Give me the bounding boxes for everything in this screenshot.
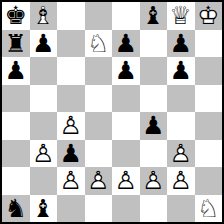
square-c3[interactable]: ♟ bbox=[57, 140, 85, 168]
square-a8[interactable]: ♚ bbox=[2, 2, 30, 30]
piece-outline-layer: ♗ bbox=[32, 2, 54, 30]
piece-black-pawn: ♟ bbox=[142, 113, 164, 138]
square-e2[interactable]: ♟♙ bbox=[112, 167, 140, 195]
square-b5[interactable] bbox=[30, 85, 58, 113]
square-g6[interactable]: ♟ bbox=[167, 57, 195, 85]
piece-black-pawn: ♟ bbox=[115, 31, 137, 56]
square-f1[interactable] bbox=[140, 195, 168, 223]
square-a6[interactable]: ♟ bbox=[2, 57, 30, 85]
piece-black-rook: ♜ bbox=[5, 31, 27, 56]
piece-white-king: ♚♔ bbox=[197, 3, 219, 28]
square-c6[interactable] bbox=[57, 57, 85, 85]
square-g4[interactable] bbox=[167, 112, 195, 140]
square-d4[interactable] bbox=[85, 112, 113, 140]
piece-outline-layer: ♔ bbox=[197, 2, 219, 30]
square-f3[interactable] bbox=[140, 140, 168, 168]
piece-outline-layer: ♙ bbox=[60, 167, 82, 195]
piece-white-knight: ♞♘ bbox=[87, 31, 109, 56]
square-d2[interactable]: ♟♙ bbox=[85, 167, 113, 195]
piece-white-pawn: ♟♙ bbox=[60, 168, 82, 193]
square-g5[interactable] bbox=[167, 85, 195, 113]
square-f4[interactable]: ♟ bbox=[140, 112, 168, 140]
square-a4[interactable] bbox=[2, 112, 30, 140]
square-e7[interactable]: ♟ bbox=[112, 30, 140, 58]
square-h3[interactable] bbox=[195, 140, 223, 168]
square-c5[interactable] bbox=[57, 85, 85, 113]
square-e1[interactable] bbox=[112, 195, 140, 223]
square-g8[interactable]: ♛♕ bbox=[167, 2, 195, 30]
square-h8[interactable]: ♚♔ bbox=[195, 2, 223, 30]
piece-white-pawn: ♟♙ bbox=[170, 141, 192, 166]
piece-outline-layer: ♙ bbox=[170, 140, 192, 168]
piece-white-queen: ♛♕ bbox=[170, 3, 192, 28]
square-f5[interactable] bbox=[140, 85, 168, 113]
square-b3[interactable]: ♟♙ bbox=[30, 140, 58, 168]
piece-outline-layer: ♙ bbox=[32, 140, 54, 168]
piece-black-pawn: ♟ bbox=[5, 58, 27, 83]
chess-board: ♚♝♗♝♛♕♚♔♜♟♞♘♟♟♟♟♟♟♙♟♟♙♟♟♙♟♙♟♙♟♙♟♙♟♙♞♝♞♘ bbox=[2, 2, 222, 222]
square-a7[interactable]: ♜ bbox=[2, 30, 30, 58]
piece-outline-layer: ♘ bbox=[87, 30, 109, 58]
square-c2[interactable]: ♟♙ bbox=[57, 167, 85, 195]
square-f2[interactable]: ♟♙ bbox=[140, 167, 168, 195]
square-h1[interactable]: ♞♘ bbox=[195, 195, 223, 223]
square-h6[interactable] bbox=[195, 57, 223, 85]
piece-white-pawn: ♟♙ bbox=[32, 141, 54, 166]
square-g3[interactable]: ♟♙ bbox=[167, 140, 195, 168]
chess-board-frame: ♚♝♗♝♛♕♚♔♜♟♞♘♟♟♟♟♟♟♙♟♟♙♟♟♙♟♙♟♙♟♙♟♙♟♙♞♝♞♘ bbox=[0, 0, 224, 224]
piece-white-pawn: ♟♙ bbox=[170, 168, 192, 193]
square-c1[interactable] bbox=[57, 195, 85, 223]
square-b8[interactable]: ♝♗ bbox=[30, 2, 58, 30]
square-b7[interactable]: ♟ bbox=[30, 30, 58, 58]
piece-outline-layer: ♙ bbox=[142, 167, 164, 195]
square-e8[interactable] bbox=[112, 2, 140, 30]
square-d5[interactable] bbox=[85, 85, 113, 113]
piece-black-bishop: ♝ bbox=[142, 3, 164, 28]
square-h4[interactable] bbox=[195, 112, 223, 140]
square-b2[interactable] bbox=[30, 167, 58, 195]
piece-black-pawn: ♟ bbox=[170, 58, 192, 83]
square-e3[interactable] bbox=[112, 140, 140, 168]
piece-black-pawn: ♟ bbox=[32, 31, 54, 56]
square-h7[interactable] bbox=[195, 30, 223, 58]
square-e6[interactable]: ♟ bbox=[112, 57, 140, 85]
square-g2[interactable]: ♟♙ bbox=[167, 167, 195, 195]
square-d3[interactable] bbox=[85, 140, 113, 168]
square-d6[interactable] bbox=[85, 57, 113, 85]
square-e5[interactable] bbox=[112, 85, 140, 113]
square-a3[interactable] bbox=[2, 140, 30, 168]
piece-white-bishop: ♝♗ bbox=[32, 3, 54, 28]
square-d1[interactable] bbox=[85, 195, 113, 223]
square-c4[interactable]: ♟♙ bbox=[57, 112, 85, 140]
piece-black-king: ♚ bbox=[5, 3, 27, 28]
square-g7[interactable]: ♟ bbox=[167, 30, 195, 58]
square-d7[interactable]: ♞♘ bbox=[85, 30, 113, 58]
piece-black-bishop: ♝ bbox=[32, 196, 54, 221]
piece-outline-layer: ♙ bbox=[60, 112, 82, 140]
square-h5[interactable] bbox=[195, 85, 223, 113]
piece-black-knight: ♞ bbox=[5, 196, 27, 221]
square-a1[interactable]: ♞ bbox=[2, 195, 30, 223]
piece-black-pawn: ♟ bbox=[115, 58, 137, 83]
piece-white-pawn: ♟♙ bbox=[115, 168, 137, 193]
piece-black-pawn: ♟ bbox=[170, 31, 192, 56]
piece-white-pawn: ♟♙ bbox=[60, 113, 82, 138]
piece-white-pawn: ♟♙ bbox=[87, 168, 109, 193]
piece-outline-layer: ♕ bbox=[170, 2, 192, 30]
square-b6[interactable] bbox=[30, 57, 58, 85]
square-c7[interactable] bbox=[57, 30, 85, 58]
square-g1[interactable] bbox=[167, 195, 195, 223]
square-f7[interactable] bbox=[140, 30, 168, 58]
square-d8[interactable] bbox=[85, 2, 113, 30]
piece-black-pawn: ♟ bbox=[60, 141, 82, 166]
square-a5[interactable] bbox=[2, 85, 30, 113]
square-f6[interactable] bbox=[140, 57, 168, 85]
piece-outline-layer: ♘ bbox=[197, 195, 219, 223]
square-a2[interactable] bbox=[2, 167, 30, 195]
square-b1[interactable]: ♝ bbox=[30, 195, 58, 223]
piece-white-pawn: ♟♙ bbox=[142, 168, 164, 193]
square-c8[interactable] bbox=[57, 2, 85, 30]
piece-white-knight: ♞♘ bbox=[197, 196, 219, 221]
piece-outline-layer: ♙ bbox=[170, 167, 192, 195]
piece-outline-layer: ♙ bbox=[115, 167, 137, 195]
square-f8[interactable]: ♝ bbox=[140, 2, 168, 30]
square-e4[interactable] bbox=[112, 112, 140, 140]
square-h2[interactable] bbox=[195, 167, 223, 195]
piece-outline-layer: ♙ bbox=[87, 167, 109, 195]
square-b4[interactable] bbox=[30, 112, 58, 140]
